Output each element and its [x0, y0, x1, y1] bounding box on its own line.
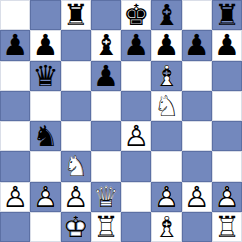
square-a5[interactable]: [0, 91, 30, 121]
black-pawn-piece[interactable]: ♟: [30, 30, 60, 60]
black-pawn-glyph: ♟: [214, 31, 240, 60]
square-d1[interactable]: ♜♖: [91, 212, 121, 242]
white-pawn-glyph: ♙: [123, 122, 149, 151]
white-pawn-glyph: ♙: [32, 182, 58, 211]
square-e1[interactable]: [121, 212, 151, 242]
square-a3[interactable]: [0, 151, 30, 181]
black-rook-glyph: ♜: [214, 1, 240, 30]
square-c2[interactable]: ♟♙: [61, 182, 91, 212]
square-d2[interactable]: ♛♕: [91, 182, 121, 212]
white-knight-glyph: ♘: [63, 152, 89, 181]
black-bishop-piece[interactable]: ♝: [91, 30, 121, 60]
white-knight-piece[interactable]: ♞♘: [61, 151, 91, 181]
white-king-glyph: ♔: [63, 212, 89, 241]
white-rook-piece[interactable]: ♜♖: [212, 212, 242, 242]
square-g7[interactable]: ♟: [182, 30, 212, 60]
black-rook-glyph: ♜: [63, 1, 89, 30]
square-d8[interactable]: [91, 0, 121, 30]
square-b2[interactable]: ♟♙: [30, 182, 60, 212]
black-queen-glyph: ♛: [32, 61, 58, 90]
white-bishop-piece[interactable]: ♝♗: [151, 61, 181, 91]
white-bishop-piece[interactable]: ♝♗: [151, 212, 181, 242]
white-pawn-piece[interactable]: ♟♙: [0, 182, 30, 212]
white-queen-piece[interactable]: ♛♕: [91, 182, 121, 212]
square-b3[interactable]: [30, 151, 60, 181]
black-rook-piece[interactable]: ♜: [212, 0, 242, 30]
black-bishop-glyph: ♝: [153, 1, 179, 30]
square-g1[interactable]: [182, 212, 212, 242]
white-pawn-glyph: ♙: [63, 182, 89, 211]
square-h7[interactable]: ♟: [212, 30, 242, 60]
white-pawn-piece[interactable]: ♟♙: [151, 182, 181, 212]
white-rook-glyph: ♖: [93, 212, 119, 241]
white-rook-piece[interactable]: ♜♖: [91, 212, 121, 242]
square-f6[interactable]: ♝♗: [151, 61, 181, 91]
square-h2[interactable]: ♟♙: [212, 182, 242, 212]
square-g4[interactable]: [182, 121, 212, 151]
black-king-glyph: ♚: [123, 1, 149, 30]
square-d7[interactable]: ♝: [91, 30, 121, 60]
square-b1[interactable]: [30, 212, 60, 242]
white-pawn-glyph: ♙: [214, 182, 240, 211]
square-e3[interactable]: [121, 151, 151, 181]
square-b8[interactable]: [30, 0, 60, 30]
square-a7[interactable]: ♟: [0, 30, 30, 60]
white-bishop-glyph: ♗: [153, 61, 179, 90]
black-pawn-piece[interactable]: ♟: [212, 30, 242, 60]
square-a4[interactable]: [0, 121, 30, 151]
square-h5[interactable]: [212, 91, 242, 121]
square-f7[interactable]: ♟: [151, 30, 181, 60]
black-pawn-glyph: ♟: [93, 61, 119, 90]
square-h8[interactable]: ♜: [212, 0, 242, 30]
square-f4[interactable]: [151, 121, 181, 151]
square-f8[interactable]: ♝: [151, 0, 181, 30]
square-g3[interactable]: [182, 151, 212, 181]
white-pawn-glyph: ♙: [153, 182, 179, 211]
black-bishop-piece[interactable]: ♝: [151, 0, 181, 30]
square-g8[interactable]: [182, 0, 212, 30]
black-pawn-glyph: ♟: [184, 31, 210, 60]
white-knight-glyph: ♘: [153, 91, 179, 120]
black-pawn-piece[interactable]: ♟: [0, 30, 30, 60]
square-a6[interactable]: [0, 61, 30, 91]
square-h4[interactable]: [212, 121, 242, 151]
white-rook-glyph: ♖: [214, 212, 240, 241]
white-pawn-piece[interactable]: ♟♙: [61, 182, 91, 212]
white-pawn-glyph: ♙: [2, 182, 28, 211]
black-pawn-glyph: ♟: [2, 31, 28, 60]
square-e4[interactable]: ♟♙: [121, 121, 151, 151]
square-e8[interactable]: ♚: [121, 0, 151, 30]
white-bishop-glyph: ♗: [153, 212, 179, 241]
black-pawn-glyph: ♟: [123, 31, 149, 60]
square-c4[interactable]: [61, 121, 91, 151]
square-h3[interactable]: [212, 151, 242, 181]
white-king-piece[interactable]: ♚♔: [61, 212, 91, 242]
white-pawn-piece[interactable]: ♟♙: [121, 121, 151, 151]
black-queen-piece[interactable]: ♛: [30, 61, 60, 91]
black-rook-piece[interactable]: ♜: [61, 0, 91, 30]
square-f2[interactable]: ♟♙: [151, 182, 181, 212]
white-knight-piece[interactable]: ♞♘: [151, 91, 181, 121]
square-h1[interactable]: ♜♖: [212, 212, 242, 242]
square-b4[interactable]: ♞: [30, 121, 60, 151]
square-c3[interactable]: ♞♘: [61, 151, 91, 181]
square-b5[interactable]: [30, 91, 60, 121]
white-pawn-piece[interactable]: ♟♙: [212, 182, 242, 212]
black-pawn-glyph: ♟: [153, 31, 179, 60]
black-pawn-piece[interactable]: ♟: [151, 30, 181, 60]
square-c8[interactable]: ♜: [61, 0, 91, 30]
square-c5[interactable]: [61, 91, 91, 121]
square-e5[interactable]: [121, 91, 151, 121]
chess-board: ♜♚♝♜♟♟♝♟♟♟♟♛♟♝♗♞♘♞♟♙♞♘♟♙♟♙♟♙♛♕♟♙♟♙♟♙♚♔♜♖…: [0, 0, 242, 242]
black-knight-piece[interactable]: ♞: [30, 121, 60, 151]
black-bishop-glyph: ♝: [93, 31, 119, 60]
black-pawn-piece[interactable]: ♟: [182, 30, 212, 60]
black-pawn-piece[interactable]: ♟: [121, 30, 151, 60]
square-c7[interactable]: [61, 30, 91, 60]
square-a2[interactable]: ♟♙: [0, 182, 30, 212]
white-pawn-glyph: ♙: [184, 182, 210, 211]
square-d3[interactable]: [91, 151, 121, 181]
square-a1[interactable]: [0, 212, 30, 242]
square-f1[interactable]: ♝♗: [151, 212, 181, 242]
square-e2[interactable]: [121, 182, 151, 212]
black-pawn-piece[interactable]: ♟: [91, 61, 121, 91]
square-g5[interactable]: [182, 91, 212, 121]
square-e6[interactable]: [121, 61, 151, 91]
square-g2[interactable]: ♟♙: [182, 182, 212, 212]
square-d6[interactable]: ♟: [91, 61, 121, 91]
white-queen-glyph: ♕: [93, 182, 119, 211]
black-king-piece[interactable]: ♚: [121, 0, 151, 30]
square-b7[interactable]: ♟: [30, 30, 60, 60]
square-g6[interactable]: [182, 61, 212, 91]
black-pawn-glyph: ♟: [32, 31, 58, 60]
square-f3[interactable]: [151, 151, 181, 181]
white-pawn-piece[interactable]: ♟♙: [30, 182, 60, 212]
square-h6[interactable]: [212, 61, 242, 91]
square-c6[interactable]: [61, 61, 91, 91]
white-pawn-piece[interactable]: ♟♙: [182, 182, 212, 212]
square-c1[interactable]: ♚♔: [61, 212, 91, 242]
square-d5[interactable]: [91, 91, 121, 121]
square-b6[interactable]: ♛: [30, 61, 60, 91]
square-f5[interactable]: ♞♘: [151, 91, 181, 121]
square-e7[interactable]: ♟: [121, 30, 151, 60]
black-knight-glyph: ♞: [32, 122, 58, 151]
square-d4[interactable]: [91, 121, 121, 151]
square-a8[interactable]: [0, 0, 30, 30]
